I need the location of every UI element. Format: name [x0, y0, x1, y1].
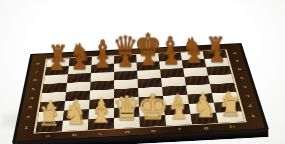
- square-h6: [206, 66, 231, 76]
- chess-set-photo: abcdefgh abcdefgh 87654321 87654321 ♜♞♝♛…: [0, 0, 285, 144]
- square-h3: [212, 92, 239, 103]
- square-a1: ♜: [36, 121, 63, 133]
- square-h1: ♜: [216, 111, 244, 123]
- square-b6: [67, 73, 91, 83]
- square-d1: ♛: [114, 117, 140, 129]
- board-perspective-wrap: abcdefgh abcdefgh 87654321 87654321 ♜♞♝♛…: [12, 43, 269, 143]
- square-f1: ♝: [165, 114, 192, 126]
- rank-label-2: 2: [243, 101, 257, 111]
- square-e4: [138, 87, 163, 97]
- square-g1: ♞: [191, 113, 219, 125]
- rank-label-1: 1: [19, 122, 33, 133]
- rank-label-1: 1: [246, 110, 261, 121]
- rank-label-4: 4: [25, 93, 38, 103]
- chess-board: abcdefgh abcdefgh 87654321 87654321 ♜♞♝♛…: [12, 43, 269, 143]
- square-e1: ♚: [140, 115, 167, 127]
- square-a4: [41, 92, 66, 103]
- square-a5: [42, 83, 67, 93]
- playing-field: ♜♞♝♛♚♝♞♜♟♟♟♟♟♟♟♟♟♟♟♟♟♟♟♟♜♞♝♛♚♝♞♜: [33, 49, 246, 133]
- square-b1: ♞: [62, 119, 89, 131]
- square-f4: [162, 85, 187, 95]
- square-c1: ♝: [88, 118, 114, 130]
- square-b5: [66, 82, 90, 92]
